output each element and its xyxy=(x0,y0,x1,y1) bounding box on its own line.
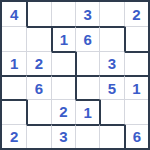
cell-r5c5[interactable] xyxy=(99,99,123,123)
cell-r1c5[interactable] xyxy=(99,2,123,26)
cell-r3c5[interactable]: 3 xyxy=(99,51,123,75)
board: 4321612365121236 xyxy=(0,0,150,150)
cell-r4c3[interactable] xyxy=(51,75,75,99)
cell-r6c2[interactable] xyxy=(26,124,50,148)
cell-r3c2[interactable]: 2 xyxy=(26,51,50,75)
cell-r5c4[interactable]: 1 xyxy=(75,99,99,123)
cell-r6c1[interactable]: 2 xyxy=(2,124,26,148)
cell-r2c5[interactable] xyxy=(99,26,123,50)
cell-r5c2[interactable] xyxy=(26,99,50,123)
cell-r6c4[interactable] xyxy=(75,124,99,148)
cell-r2c2[interactable] xyxy=(26,26,50,50)
cell-r2c4[interactable]: 6 xyxy=(75,26,99,50)
cell-r3c4[interactable] xyxy=(75,51,99,75)
cell-r1c1[interactable]: 4 xyxy=(2,2,26,26)
cell-r3c1[interactable]: 1 xyxy=(2,51,26,75)
cell-r4c6[interactable]: 1 xyxy=(124,75,148,99)
cell-r1c6[interactable]: 2 xyxy=(124,2,148,26)
cell-r4c2[interactable]: 6 xyxy=(26,75,50,99)
cell-r3c3[interactable] xyxy=(51,51,75,75)
cell-r5c6[interactable] xyxy=(124,99,148,123)
cell-r6c6[interactable]: 6 xyxy=(124,124,148,148)
cell-r2c6[interactable] xyxy=(124,26,148,50)
cell-r1c4[interactable]: 3 xyxy=(75,2,99,26)
cell-r5c3[interactable]: 2 xyxy=(51,99,75,123)
cell-r1c2[interactable] xyxy=(26,2,50,26)
cell-r2c1[interactable] xyxy=(2,26,26,50)
cell-r6c3[interactable]: 3 xyxy=(51,124,75,148)
cell-r4c4[interactable] xyxy=(75,75,99,99)
cell-r4c1[interactable] xyxy=(2,75,26,99)
cell-r3c6[interactable] xyxy=(124,51,148,75)
cell-r4c5[interactable]: 5 xyxy=(99,75,123,99)
cell-r6c5[interactable] xyxy=(99,124,123,148)
cell-r5c1[interactable] xyxy=(2,99,26,123)
cell-r1c3[interactable] xyxy=(51,2,75,26)
cell-r2c3[interactable]: 1 xyxy=(51,26,75,50)
